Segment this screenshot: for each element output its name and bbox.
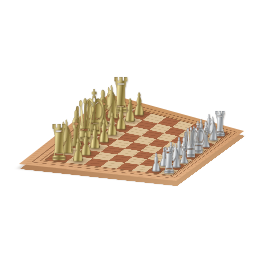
piece-glyph: ♟ bbox=[151, 151, 161, 176]
chess-set-photo: ♜♞♝♛♚♝♞♜♟♟♟♟♟♟♟♟♟♟♟♟♟♟♟♟♜♞♝♛♚♝♞♜ bbox=[0, 0, 260, 260]
pieces-layer: ♜♞♝♛♚♝♞♜♟♟♟♟♟♟♟♟♟♟♟♟♟♟♟♟♜♞♝♛♚♝♞♜ bbox=[0, 0, 260, 260]
piece-glyph: ♜ bbox=[49, 119, 69, 168]
piece-glyph: ♟ bbox=[71, 136, 84, 167]
piece-glyph: ♜ bbox=[162, 144, 176, 179]
